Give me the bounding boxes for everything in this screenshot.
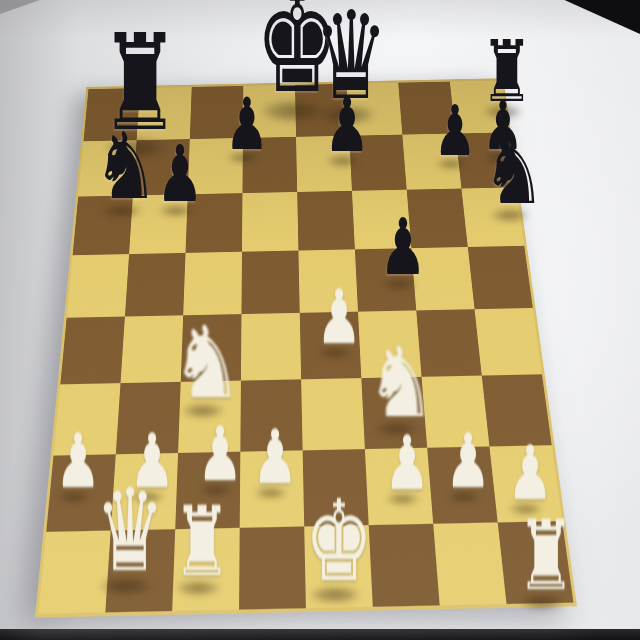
black-pawn-f5[interactable]: ♟ — [379, 208, 427, 286]
square-h5[interactable] — [468, 246, 533, 309]
square-d5[interactable] — [241, 251, 299, 315]
black-knight-h6[interactable]: ♞ — [482, 128, 546, 217]
square-d6[interactable] — [242, 192, 298, 252]
square-d4[interactable] — [241, 313, 301, 381]
white-queen-b1[interactable]: ♛ — [95, 474, 164, 588]
black-pawn-e7[interactable]: ♟ — [324, 88, 370, 163]
black-pawn-c7[interactable]: ♟ — [225, 88, 269, 160]
square-g1[interactable] — [433, 522, 506, 605]
square-h4[interactable] — [475, 308, 542, 376]
white-rook-h1[interactable]: ♜ — [517, 508, 576, 604]
white-rook-c1[interactable]: ♜ — [173, 494, 232, 590]
square-d1[interactable] — [239, 526, 306, 609]
white-pawn-g2[interactable]: ♟ — [445, 424, 491, 499]
square-e6[interactable] — [297, 191, 355, 251]
black-knight-a6[interactable]: ♞ — [93, 121, 159, 213]
white-pawn-a2[interactable]: ♟ — [55, 424, 101, 499]
white-pawn-c2[interactable]: ♟ — [197, 417, 243, 492]
square-a5[interactable] — [67, 254, 129, 318]
white-king-e1[interactable]: ♚ — [305, 485, 373, 597]
square-a4[interactable] — [60, 317, 125, 385]
white-pawn-d2[interactable]: ♟ — [252, 420, 298, 495]
white-knight-f3[interactable]: ♞ — [366, 334, 436, 431]
black-pawn-g7[interactable]: ♟ — [434, 96, 477, 166]
table-edge-strip — [0, 629, 640, 640]
chess-photo-scene: ♚♜♛♜♟♟♟♟♞♟♞♟♟♞♞♟♟♟♟♟♟♟♛♜♚♜ — [0, 0, 640, 640]
white-knight-c3[interactable]: ♞ — [171, 313, 243, 413]
square-f1[interactable] — [369, 524, 440, 607]
black-pawn-b6[interactable]: ♟ — [156, 135, 204, 213]
white-pawn-e4[interactable]: ♟ — [316, 280, 362, 355]
white-pawn-f2[interactable]: ♟ — [384, 426, 430, 501]
square-e3[interactable] — [301, 378, 365, 450]
